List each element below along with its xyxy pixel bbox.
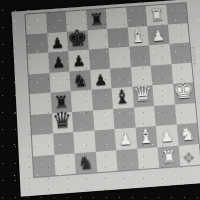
piece-black-pawn-b6: ♟ (52, 55, 66, 71)
square-c8 (66, 10, 87, 31)
piece-black-knight-c5: ♞ (72, 71, 89, 90)
square-g6 (149, 44, 171, 65)
square-c4 (71, 90, 93, 112)
square-h7 (167, 23, 189, 44)
piece-white-queen-f4: ♛ (132, 83, 153, 106)
board-edge-brand-text: CHESS (191, 47, 198, 66)
square-h5 (171, 62, 193, 84)
piece-white-rook-g8: ♜ (148, 7, 164, 24)
piece-white-bishop-f2: ♝ (137, 126, 156, 146)
square-g7: ♟ (147, 24, 169, 45)
square-d3 (92, 109, 114, 131)
square-a8 (25, 13, 46, 34)
square-e6 (109, 47, 131, 68)
corner-ornament-icon: ❖ (182, 149, 196, 167)
piece-black-rook-d8: ♜ (88, 11, 104, 28)
square-h8 (166, 3, 188, 24)
square-a5 (29, 73, 51, 95)
square-b6: ♟ (48, 51, 70, 72)
square-f7: ♝ (127, 26, 149, 47)
square-b3: ♛ (51, 112, 73, 134)
square-b7: ♟ (47, 31, 68, 52)
square-f4: ♛ (132, 85, 154, 107)
square-a1 (33, 154, 55, 177)
piece-white-rook-g1: ♜ (160, 148, 177, 166)
piece-black-pawn-c6: ♟ (72, 54, 86, 70)
piece-black-queen-b3: ♛ (52, 109, 73, 133)
square-f5 (130, 65, 152, 87)
square-b2 (53, 132, 75, 154)
square-c2 (73, 131, 95, 153)
square-e1 (116, 148, 138, 170)
piece-white-pawn-g7: ♟ (151, 28, 165, 43)
piece-black-pawn-b7: ♟ (50, 36, 64, 51)
piece-black-knight-c1: ♞ (77, 153, 95, 173)
square-a2 (32, 134, 54, 156)
square-e4: ♝ (111, 87, 133, 109)
square-e2: ♟ (114, 128, 136, 150)
square-f6 (129, 45, 151, 66)
square-d1 (95, 150, 117, 172)
square-g3 (154, 104, 176, 126)
square-g2: ♟ (156, 125, 178, 147)
square-a6 (28, 53, 49, 74)
square-c1: ♞ (75, 151, 97, 174)
square-h3 (174, 103, 196, 125)
square-a7 (27, 33, 48, 54)
square-g4 (152, 84, 174, 106)
square-a4 (30, 93, 52, 115)
piece-white-bishop-f7: ♝ (129, 26, 147, 45)
photo-scene: ♜♜♟♚♝♟♟♟♞♟♜♝♛♚♛♟♝♟♞♞♜ CHESS ❖ (0, 0, 200, 200)
square-c3 (72, 110, 94, 132)
square-d5: ♟ (90, 68, 112, 90)
square-a3 (31, 113, 53, 135)
square-d6 (88, 48, 110, 69)
square-b4: ♜ (50, 91, 72, 113)
square-f1 (137, 147, 159, 169)
square-e7 (107, 27, 129, 48)
square-e5 (110, 67, 132, 89)
piece-white-knight-h2: ♞ (179, 124, 197, 143)
square-h4: ♚ (173, 82, 195, 104)
piece-black-rook-b4: ♜ (53, 94, 69, 112)
square-f2: ♝ (135, 126, 157, 148)
square-f3 (133, 106, 155, 128)
square-d4 (91, 88, 113, 110)
board-mat: ♜♜♟♚♝♟♟♟♞♟♜♝♛♚♛♟♝♟♞♞♜ CHESS ❖ (12, 0, 200, 197)
square-g8: ♜ (146, 5, 168, 26)
piece-black-bishop-e4: ♝ (113, 87, 131, 107)
chess-board: ♜♜♟♚♝♟♟♟♞♟♜♝♛♚♛♟♝♟♞♞♜ (25, 3, 200, 177)
piece-white-pawn-g2: ♟ (160, 129, 175, 145)
square-e8 (106, 7, 128, 28)
square-c5: ♞ (69, 70, 91, 92)
square-g5 (151, 64, 173, 86)
square-d8: ♜ (86, 9, 107, 30)
square-b5 (49, 71, 71, 93)
square-h2: ♞ (176, 123, 198, 145)
square-c6: ♟ (68, 50, 90, 71)
square-c7: ♚ (67, 30, 88, 51)
square-e3 (113, 107, 135, 129)
square-d2 (94, 129, 116, 151)
square-b1 (54, 153, 76, 176)
square-d7 (87, 28, 109, 49)
square-h6 (169, 42, 191, 63)
square-b8 (46, 12, 67, 33)
piece-black-pawn-d5: ♟ (93, 73, 107, 89)
square-g1: ♜ (157, 145, 180, 167)
square-f8 (126, 6, 148, 27)
piece-white-pawn-e2: ♟ (118, 132, 133, 148)
